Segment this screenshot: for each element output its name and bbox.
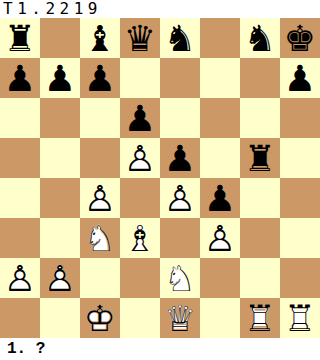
square-a6[interactable]: [0, 98, 40, 138]
puzzle-title: T1.2219: [0, 0, 320, 18]
black-pawn: ♟: [160, 138, 200, 178]
square-e4[interactable]: ♟♙: [160, 178, 200, 218]
square-f6[interactable]: [200, 98, 240, 138]
square-e5[interactable]: ♟: [160, 138, 200, 178]
move-prompt: 1. ?: [0, 338, 320, 360]
white-pawn: ♙: [40, 258, 80, 298]
square-g1[interactable]: ♜♖: [240, 298, 280, 338]
square-e3[interactable]: [160, 218, 200, 258]
black-pawn: ♟: [0, 58, 40, 98]
square-b7[interactable]: ♟: [40, 58, 80, 98]
square-e2[interactable]: ♞♘: [160, 258, 200, 298]
square-h6[interactable]: [280, 98, 320, 138]
white-knight: ♘: [160, 258, 200, 298]
white-pawn: ♙: [0, 258, 40, 298]
square-f3[interactable]: ♟♙: [200, 218, 240, 258]
square-d8[interactable]: ♛: [120, 18, 160, 58]
white-bishop: ♗: [120, 218, 160, 258]
square-c7[interactable]: ♟: [80, 58, 120, 98]
square-g2[interactable]: [240, 258, 280, 298]
square-a5[interactable]: [0, 138, 40, 178]
black-pawn: ♟: [280, 58, 320, 98]
square-d4[interactable]: [120, 178, 160, 218]
square-e7[interactable]: [160, 58, 200, 98]
square-d2[interactable]: [120, 258, 160, 298]
square-g8[interactable]: ♞: [240, 18, 280, 58]
square-c3[interactable]: ♞♘: [80, 218, 120, 258]
square-a2[interactable]: ♟♙: [0, 258, 40, 298]
chess-board: ♜♝♛♞♞♚♟♟♟♟♟♟♙♟♜♟♙♟♙♟♞♘♝♗♟♙♟♙♟♙♞♘♚♔♛♕♜♖♜♖: [0, 18, 320, 338]
white-rook: ♖: [280, 298, 320, 338]
black-rook: ♜: [240, 138, 280, 178]
square-h2[interactable]: [280, 258, 320, 298]
white-pawn: ♙: [160, 178, 200, 218]
square-b1[interactable]: [40, 298, 80, 338]
square-c6[interactable]: [80, 98, 120, 138]
square-a3[interactable]: [0, 218, 40, 258]
black-pawn: ♟: [80, 58, 120, 98]
square-c5[interactable]: [80, 138, 120, 178]
square-f5[interactable]: [200, 138, 240, 178]
white-knight: ♘: [80, 218, 120, 258]
black-bishop: ♝: [80, 18, 120, 58]
square-g3[interactable]: [240, 218, 280, 258]
square-d1[interactable]: [120, 298, 160, 338]
square-h4[interactable]: [280, 178, 320, 218]
square-a4[interactable]: [0, 178, 40, 218]
square-g5[interactable]: ♜: [240, 138, 280, 178]
square-g4[interactable]: [240, 178, 280, 218]
square-f2[interactable]: [200, 258, 240, 298]
square-f1[interactable]: [200, 298, 240, 338]
black-pawn: ♟: [120, 98, 160, 138]
square-f4[interactable]: ♟: [200, 178, 240, 218]
square-b8[interactable]: [40, 18, 80, 58]
black-queen: ♛: [120, 18, 160, 58]
white-queen: ♕: [160, 298, 200, 338]
square-c4[interactable]: ♟♙: [80, 178, 120, 218]
square-e8[interactable]: ♞: [160, 18, 200, 58]
square-b6[interactable]: [40, 98, 80, 138]
white-king: ♔: [80, 298, 120, 338]
square-e1[interactable]: ♛♕: [160, 298, 200, 338]
white-pawn: ♙: [200, 218, 240, 258]
square-e6[interactable]: [160, 98, 200, 138]
white-pawn: ♙: [80, 178, 120, 218]
square-a1[interactable]: [0, 298, 40, 338]
square-d5[interactable]: ♟♙: [120, 138, 160, 178]
square-d3[interactable]: ♝♗: [120, 218, 160, 258]
black-rook: ♜: [0, 18, 40, 58]
square-b4[interactable]: [40, 178, 80, 218]
square-g7[interactable]: [240, 58, 280, 98]
black-pawn: ♟: [200, 178, 240, 218]
square-h1[interactable]: ♜♖: [280, 298, 320, 338]
white-rook: ♖: [240, 298, 280, 338]
square-f7[interactable]: [200, 58, 240, 98]
square-b2[interactable]: ♟♙: [40, 258, 80, 298]
square-h3[interactable]: [280, 218, 320, 258]
square-h8[interactable]: ♚: [280, 18, 320, 58]
black-pawn: ♟: [40, 58, 80, 98]
square-h5[interactable]: [280, 138, 320, 178]
square-c8[interactable]: ♝: [80, 18, 120, 58]
square-a8[interactable]: ♜: [0, 18, 40, 58]
chess-puzzle-diagram: T1.2219 ♜♝♛♞♞♚♟♟♟♟♟♟♙♟♜♟♙♟♙♟♞♘♝♗♟♙♟♙♟♙♞♘…: [0, 0, 320, 360]
square-b5[interactable]: [40, 138, 80, 178]
square-c1[interactable]: ♚♔: [80, 298, 120, 338]
square-f8[interactable]: [200, 18, 240, 58]
square-c2[interactable]: [80, 258, 120, 298]
white-pawn: ♙: [120, 138, 160, 178]
square-d6[interactable]: ♟: [120, 98, 160, 138]
black-king: ♚: [280, 18, 320, 58]
black-knight: ♞: [160, 18, 200, 58]
black-knight: ♞: [240, 18, 280, 58]
square-a7[interactable]: ♟: [0, 58, 40, 98]
square-d7[interactable]: [120, 58, 160, 98]
square-h7[interactable]: ♟: [280, 58, 320, 98]
square-b3[interactable]: [40, 218, 80, 258]
square-g6[interactable]: [240, 98, 280, 138]
